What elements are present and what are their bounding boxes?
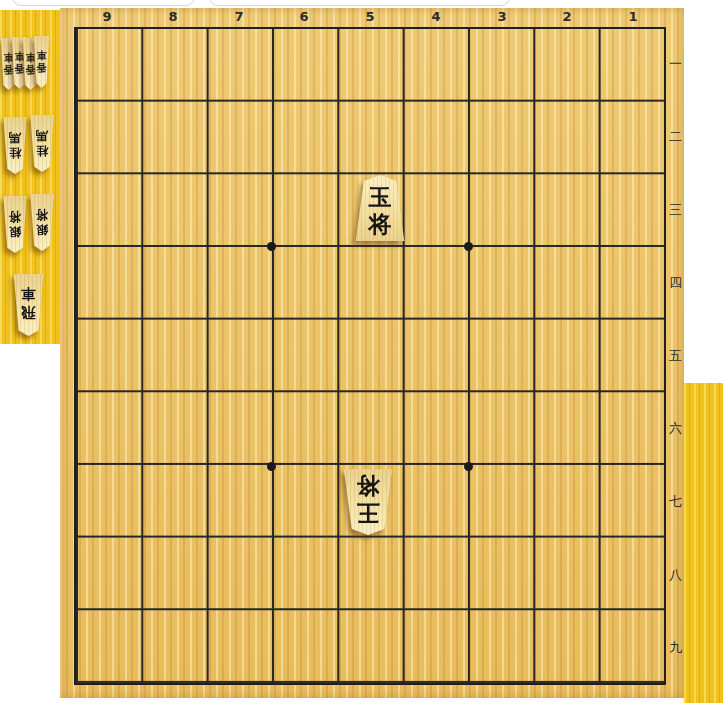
piece-tile: 香 車 [33, 36, 50, 88]
star-point [464, 462, 473, 471]
file-label-2: 2 [534, 9, 600, 24]
star-point [464, 242, 473, 251]
piece-tile: 銀 将 [2, 196, 28, 253]
rank-label-5: 五 [667, 319, 684, 392]
tray-piece-layer: 香 車 香 車 香 車 香 車 桂 馬 [0, 10, 60, 344]
shogi-board-grid[interactable] [74, 27, 666, 685]
file-label-3: 3 [469, 9, 535, 24]
piece-kanji: 桂 [9, 145, 21, 161]
piece-tile: 桂 馬 [29, 115, 55, 172]
shogi-editor-page: 9 8 7 6 5 4 3 2 1 一 二 三 四 五 六 七 八 九 玉 将 … [0, 0, 723, 703]
rank-label-1: 一 [667, 27, 684, 100]
file-label-9: 9 [74, 9, 140, 24]
file-label-7: 7 [206, 9, 272, 24]
piece-kanji: 将 [9, 208, 21, 224]
piece-kanji: 車 [21, 284, 36, 304]
piece-tile: 銀 将 [29, 194, 55, 251]
file-label-4: 4 [403, 9, 469, 24]
piece-tile: 王 将 [341, 469, 395, 535]
tray-piece-knight[interactable]: 桂 馬 [2, 117, 28, 174]
piece-kanji: 銀 [9, 224, 21, 240]
tray-piece-lance[interactable]: 香 車 [33, 36, 50, 88]
piece-tile: 桂 馬 [2, 117, 28, 174]
tray-piece-knight[interactable]: 桂 馬 [29, 115, 55, 172]
rank-label-2: 二 [667, 100, 684, 173]
tray-piece-silver[interactable]: 銀 将 [2, 196, 28, 253]
toolbar-button-stub-left[interactable] [12, 0, 195, 6]
piece-kanji: 馬 [36, 127, 48, 143]
piece-kanji: 王 [357, 500, 380, 527]
piece-kanji: 香 [37, 61, 47, 73]
file-label-6: 6 [271, 9, 337, 24]
rank-label-7: 七 [667, 466, 684, 539]
piece-kanji: 将 [36, 206, 48, 222]
sente-captured-pieces-tray [684, 383, 723, 703]
tray-piece-silver[interactable]: 銀 将 [29, 194, 55, 251]
file-label-8: 8 [140, 9, 206, 24]
piece-kanji: 馬 [9, 129, 21, 145]
piece-tile: 飛 車 [12, 274, 45, 336]
piece-kanji: 飛 [21, 304, 36, 324]
piece-kanji: 桂 [36, 143, 48, 159]
piece-kanji: 銀 [36, 222, 48, 238]
piece-king-5g[interactable]: 王 将 [341, 469, 395, 535]
rank-label-8: 八 [667, 539, 684, 612]
file-label-1: 1 [600, 9, 666, 24]
tray-piece-rook[interactable]: 飛 車 [12, 274, 45, 336]
rank-label-6: 六 [667, 393, 684, 466]
piece-kanji: 玉 [369, 183, 392, 210]
star-point [267, 462, 276, 471]
rank-label-9: 九 [667, 612, 684, 685]
piece-jeweled-king-5c[interactable]: 玉 将 [353, 175, 407, 241]
piece-kanji: 将 [369, 210, 392, 237]
piece-tile: 玉 将 [353, 175, 407, 241]
toolbar-button-stub-right[interactable] [209, 0, 510, 6]
rank-label-3: 三 [667, 173, 684, 246]
rank-label-4: 四 [667, 246, 684, 319]
star-point [267, 242, 276, 251]
piece-kanji: 車 [37, 50, 47, 62]
file-label-5: 5 [337, 9, 403, 24]
piece-kanji: 将 [357, 473, 380, 500]
